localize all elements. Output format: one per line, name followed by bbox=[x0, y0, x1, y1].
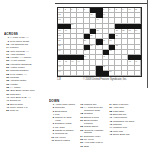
cell-number: 16 bbox=[97, 18, 99, 20]
cell-number: 18 bbox=[58, 29, 60, 31]
cell-number: 44 bbox=[77, 60, 79, 62]
cell-number: 49 bbox=[58, 70, 60, 72]
cell-number: 21 bbox=[116, 29, 118, 31]
crossword-grid[interactable]: 1234567891011121314151617181920212223242… bbox=[57, 7, 142, 77]
crossword-page: { "game": "crossword", "position": [ "..… bbox=[0, 0, 150, 150]
copyright-line: © 2008 United Feature Syndicate, Inc. bbox=[67, 78, 143, 81]
cell-number: 11 bbox=[135, 8, 137, 10]
cell-number: 37 bbox=[84, 49, 86, 51]
cell-number: 36 bbox=[58, 49, 60, 51]
cell-number: 14 bbox=[103, 13, 105, 15]
across-section: ACROSS 1"A Face in the —"61960 movie bea… bbox=[4, 32, 49, 150]
cell-number: 31 bbox=[109, 39, 111, 41]
cell-number: 48 bbox=[103, 65, 105, 67]
down-clue-columns: 1Action actor Jackie2Recorder3Blind-side… bbox=[49, 104, 149, 149]
cell-number: 22 bbox=[122, 29, 124, 31]
cell-number: 7 bbox=[109, 8, 110, 10]
cell-number: 15 bbox=[58, 18, 60, 20]
cell-number: 43 bbox=[71, 60, 73, 62]
clue-text: Expert ending bbox=[55, 140, 76, 143]
right-column-rule bbox=[147, 0, 148, 88]
cell-number: 12 bbox=[58, 13, 60, 15]
cell-number: 13 bbox=[90, 13, 92, 15]
cell-number: 25 bbox=[58, 34, 60, 36]
grid-footer: 1-8 © 2008 United Feature Syndicate, Inc… bbox=[57, 78, 143, 83]
cell-number: 34 bbox=[97, 44, 99, 46]
cell-number: 6 bbox=[103, 8, 104, 10]
cell-number: 8 bbox=[116, 8, 117, 10]
cell-number: 39 bbox=[84, 55, 86, 57]
clue-text: Stab bbox=[84, 146, 105, 149]
cell-number: 30 bbox=[103, 39, 105, 41]
cell-number: 17 bbox=[71, 23, 73, 25]
cell-number: 27 bbox=[116, 34, 118, 36]
down-section: DOWN 1Action actor Jackie2Recorder3Blind… bbox=[49, 99, 149, 150]
cell-number: 32 bbox=[58, 44, 60, 46]
cell-number: 5 bbox=[84, 8, 85, 10]
cell-number: 24 bbox=[135, 29, 137, 31]
cell-number: 42 bbox=[65, 60, 67, 62]
cell-number: 26 bbox=[90, 34, 92, 36]
cell-number: 46 bbox=[135, 60, 137, 62]
cell-number: 1 bbox=[58, 8, 59, 10]
down-clue-column-3: 34Eton or Exeter37Actor Nick38Fight away… bbox=[107, 104, 149, 149]
cell-number: 28 bbox=[58, 39, 60, 41]
across-clue: 50Lock up bbox=[4, 110, 49, 113]
cell-number: 29 bbox=[84, 39, 86, 41]
cell-number: 9 bbox=[122, 8, 123, 10]
cell-number: 4 bbox=[77, 8, 78, 10]
cell-number: 45 bbox=[129, 60, 131, 62]
down-clue-column-2: 13Mama's boy16"— Flew Over the Cuckoo's … bbox=[78, 104, 105, 149]
clue-text: Super Bowl org. bbox=[113, 134, 149, 137]
down-clue-column-1: 1Action actor Jackie2Recorder3Blind-side… bbox=[49, 104, 76, 149]
cell-number: 10 bbox=[129, 8, 131, 10]
cell-number: 23 bbox=[129, 29, 131, 31]
cell-number: 47 bbox=[58, 65, 60, 67]
cell-number: 19 bbox=[65, 29, 67, 31]
cell-number: 2 bbox=[65, 8, 66, 10]
cell-number: 50 bbox=[109, 70, 111, 72]
down-header: DOWN bbox=[49, 99, 149, 103]
cell-number: 20 bbox=[97, 29, 99, 31]
cell-number: 40 bbox=[103, 55, 105, 57]
cell-number: 35 bbox=[116, 44, 118, 46]
across-clue-list: 1"A Face in the —"61960 movie beast12Ant… bbox=[4, 37, 49, 113]
down-clue: 31Stab bbox=[78, 146, 105, 149]
cell-number: 38 bbox=[109, 49, 111, 51]
cell-number: 33 bbox=[90, 44, 92, 46]
down-clue: 46Super Bowl org. bbox=[107, 134, 149, 137]
clue-text: Lock up bbox=[10, 110, 49, 113]
top-rule bbox=[55, 3, 148, 4]
puzzle-date: 1-8 bbox=[57, 78, 61, 81]
cell-number: 3 bbox=[71, 8, 72, 10]
down-clue: 11Expert ending bbox=[49, 140, 76, 143]
grid-cell[interactable] bbox=[135, 71, 141, 76]
cell-number: 41 bbox=[58, 60, 60, 62]
